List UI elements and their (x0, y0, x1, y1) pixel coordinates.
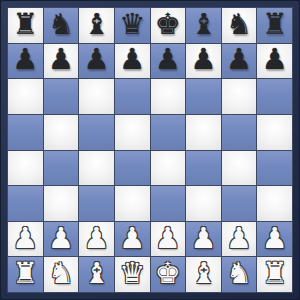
square-c4[interactable] (79, 151, 114, 186)
square-g3[interactable] (222, 186, 257, 221)
black-rook-piece[interactable]: ♜ (262, 10, 288, 39)
square-h3[interactable] (257, 186, 292, 221)
square-g4[interactable] (222, 151, 257, 186)
chess-board: ♜♞♝♛♚♝♞♜♟♟♟♟♟♟♟♟♟♟♟♟♟♟♟♟♜♞♝♛♚♝♞♜ (8, 8, 292, 292)
white-pawn-piece[interactable]: ♟ (226, 224, 252, 253)
black-knight-piece[interactable]: ♞ (48, 10, 74, 39)
square-f8[interactable]: ♝ (186, 8, 221, 43)
square-f1[interactable]: ♝ (186, 257, 221, 292)
square-e7[interactable]: ♟ (151, 44, 186, 79)
square-g8[interactable]: ♞ (222, 8, 257, 43)
black-rook-piece[interactable]: ♜ (12, 10, 38, 39)
square-d2[interactable]: ♟ (115, 222, 150, 257)
square-a5[interactable] (8, 115, 43, 150)
square-g6[interactable] (222, 79, 257, 114)
square-b4[interactable] (44, 151, 79, 186)
black-bishop-piece[interactable]: ♝ (84, 10, 110, 39)
square-b3[interactable] (44, 186, 79, 221)
square-d4[interactable] (115, 151, 150, 186)
square-a7[interactable]: ♟ (8, 44, 43, 79)
square-b2[interactable]: ♟ (44, 222, 79, 257)
white-knight-piece[interactable]: ♞ (48, 259, 74, 288)
square-h2[interactable]: ♟ (257, 222, 292, 257)
square-f7[interactable]: ♟ (186, 44, 221, 79)
square-f4[interactable] (186, 151, 221, 186)
black-pawn-piece[interactable]: ♟ (262, 45, 288, 74)
square-e2[interactable]: ♟ (151, 222, 186, 257)
square-b7[interactable]: ♟ (44, 44, 79, 79)
square-c1[interactable]: ♝ (79, 257, 114, 292)
square-f3[interactable] (186, 186, 221, 221)
square-g1[interactable]: ♞ (222, 257, 257, 292)
white-bishop-piece[interactable]: ♝ (190, 259, 216, 288)
square-e3[interactable] (151, 186, 186, 221)
black-pawn-piece[interactable]: ♟ (119, 45, 145, 74)
white-queen-piece[interactable]: ♛ (119, 259, 145, 288)
square-f5[interactable] (186, 115, 221, 150)
square-e6[interactable] (151, 79, 186, 114)
square-h4[interactable] (257, 151, 292, 186)
white-rook-piece[interactable]: ♜ (12, 259, 38, 288)
square-e8[interactable]: ♚ (151, 8, 186, 43)
black-pawn-piece[interactable]: ♟ (48, 45, 74, 74)
square-h8[interactable]: ♜ (257, 8, 292, 43)
black-knight-piece[interactable]: ♞ (226, 10, 252, 39)
square-a3[interactable] (8, 186, 43, 221)
square-a6[interactable] (8, 79, 43, 114)
square-d8[interactable]: ♛ (115, 8, 150, 43)
square-g2[interactable]: ♟ (222, 222, 257, 257)
square-c2[interactable]: ♟ (79, 222, 114, 257)
square-b5[interactable] (44, 115, 79, 150)
black-queen-piece[interactable]: ♛ (119, 10, 145, 39)
black-pawn-piece[interactable]: ♟ (190, 45, 216, 74)
white-rook-piece[interactable]: ♜ (262, 259, 288, 288)
black-pawn-piece[interactable]: ♟ (155, 45, 181, 74)
square-h7[interactable]: ♟ (257, 44, 292, 79)
square-f2[interactable]: ♟ (186, 222, 221, 257)
square-g5[interactable] (222, 115, 257, 150)
square-e4[interactable] (151, 151, 186, 186)
white-pawn-piece[interactable]: ♟ (190, 224, 216, 253)
square-b1[interactable]: ♞ (44, 257, 79, 292)
square-c3[interactable] (79, 186, 114, 221)
square-a2[interactable]: ♟ (8, 222, 43, 257)
square-g7[interactable]: ♟ (222, 44, 257, 79)
black-king-piece[interactable]: ♚ (155, 10, 181, 39)
square-a4[interactable] (8, 151, 43, 186)
square-h6[interactable] (257, 79, 292, 114)
black-pawn-piece[interactable]: ♟ (84, 45, 110, 74)
chess-board-frame: ♜♞♝♛♚♝♞♜♟♟♟♟♟♟♟♟♟♟♟♟♟♟♟♟♜♞♝♛♚♝♞♜ (0, 0, 300, 300)
square-c7[interactable]: ♟ (79, 44, 114, 79)
square-d6[interactable] (115, 79, 150, 114)
black-bishop-piece[interactable]: ♝ (190, 10, 216, 39)
black-pawn-piece[interactable]: ♟ (226, 45, 252, 74)
square-b6[interactable] (44, 79, 79, 114)
white-bishop-piece[interactable]: ♝ (84, 259, 110, 288)
square-e1[interactable]: ♚ (151, 257, 186, 292)
square-a1[interactable]: ♜ (8, 257, 43, 292)
square-f6[interactable] (186, 79, 221, 114)
square-c5[interactable] (79, 115, 114, 150)
white-pawn-piece[interactable]: ♟ (155, 224, 181, 253)
square-h1[interactable]: ♜ (257, 257, 292, 292)
square-d5[interactable] (115, 115, 150, 150)
white-knight-piece[interactable]: ♞ (226, 259, 252, 288)
square-c6[interactable] (79, 79, 114, 114)
square-d3[interactable] (115, 186, 150, 221)
white-pawn-piece[interactable]: ♟ (12, 224, 38, 253)
square-e5[interactable] (151, 115, 186, 150)
white-king-piece[interactable]: ♚ (155, 259, 181, 288)
square-d7[interactable]: ♟ (115, 44, 150, 79)
black-pawn-piece[interactable]: ♟ (12, 45, 38, 74)
square-c8[interactable]: ♝ (79, 8, 114, 43)
white-pawn-piece[interactable]: ♟ (84, 224, 110, 253)
square-d1[interactable]: ♛ (115, 257, 150, 292)
white-pawn-piece[interactable]: ♟ (48, 224, 74, 253)
square-b8[interactable]: ♞ (44, 8, 79, 43)
white-pawn-piece[interactable]: ♟ (262, 224, 288, 253)
square-h5[interactable] (257, 115, 292, 150)
square-a8[interactable]: ♜ (8, 8, 43, 43)
white-pawn-piece[interactable]: ♟ (119, 224, 145, 253)
